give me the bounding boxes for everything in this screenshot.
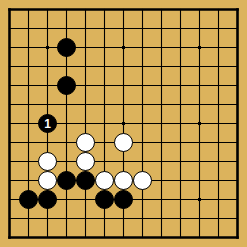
intersection-j1[interactable] [171, 0, 190, 19]
intersection-j4[interactable] [171, 57, 190, 76]
intersection-m5[interactable] [228, 76, 247, 95]
intersection-k4[interactable] [190, 57, 209, 76]
intersection-a6[interactable] [0, 95, 19, 114]
intersection-d9[interactable] [57, 152, 76, 171]
intersection-m2[interactable] [228, 19, 247, 38]
intersection-l6[interactable] [209, 95, 228, 114]
intersection-m13[interactable] [228, 228, 247, 247]
black-stone [57, 76, 76, 95]
intersection-b10[interactable] [19, 171, 38, 190]
intersection-i9[interactable] [152, 152, 171, 171]
intersection-j11[interactable] [171, 190, 190, 209]
intersection-a7[interactable] [0, 114, 19, 133]
intersection-m12[interactable] [228, 209, 247, 228]
white-stone [38, 152, 57, 171]
intersection-d7[interactable] [57, 114, 76, 133]
black-stone [95, 190, 114, 209]
intersection-f5[interactable] [95, 76, 114, 95]
intersection-c9[interactable] [38, 152, 57, 171]
intersection-d8[interactable] [57, 133, 76, 152]
intersection-c11[interactable] [38, 190, 57, 209]
intersection-b6[interactable] [19, 95, 38, 114]
intersection-a12[interactable] [0, 209, 19, 228]
intersection-j13[interactable] [171, 228, 190, 247]
intersection-i8[interactable] [152, 133, 171, 152]
intersection-k11[interactable] [190, 190, 209, 209]
intersection-j5[interactable] [171, 76, 190, 95]
intersection-e7[interactable] [76, 114, 95, 133]
intersection-f4[interactable] [95, 57, 114, 76]
intersection-e11[interactable] [76, 190, 95, 209]
intersection-k2[interactable] [190, 19, 209, 38]
go-diagram: 1 [0, 0, 247, 247]
intersection-j9[interactable] [171, 152, 190, 171]
intersection-g1[interactable] [114, 0, 133, 19]
intersection-k12[interactable] [190, 209, 209, 228]
intersection-c6[interactable] [38, 95, 57, 114]
intersection-c7[interactable]: 1 [38, 114, 57, 133]
black-stone [57, 171, 76, 190]
intersection-h13[interactable] [133, 228, 152, 247]
intersection-b11[interactable] [19, 190, 38, 209]
intersection-g5[interactable] [114, 76, 133, 95]
intersection-h10[interactable] [133, 171, 152, 190]
intersection-g12[interactable] [114, 209, 133, 228]
intersection-j3[interactable] [171, 38, 190, 57]
intersection-g6[interactable] [114, 95, 133, 114]
intersection-l5[interactable] [209, 76, 228, 95]
intersection-e1[interactable] [76, 0, 95, 19]
intersection-l12[interactable] [209, 209, 228, 228]
intersection-g11[interactable] [114, 190, 133, 209]
intersection-f12[interactable] [95, 209, 114, 228]
intersection-i1[interactable] [152, 0, 171, 19]
intersection-m7[interactable] [228, 114, 247, 133]
intersection-a11[interactable] [0, 190, 19, 209]
intersection-h9[interactable] [133, 152, 152, 171]
intersection-j6[interactable] [171, 95, 190, 114]
intersection-f3[interactable] [95, 38, 114, 57]
intersection-i7[interactable] [152, 114, 171, 133]
white-stone [76, 133, 95, 152]
intersection-g3[interactable] [114, 38, 133, 57]
intersection-h8[interactable] [133, 133, 152, 152]
intersection-g7[interactable] [114, 114, 133, 133]
intersection-b7[interactable] [19, 114, 38, 133]
intersection-l1[interactable] [209, 0, 228, 19]
intersection-j12[interactable] [171, 209, 190, 228]
intersection-f7[interactable] [95, 114, 114, 133]
intersection-d10[interactable] [57, 171, 76, 190]
intersection-e4[interactable] [76, 57, 95, 76]
intersection-l3[interactable] [209, 38, 228, 57]
intersection-h12[interactable] [133, 209, 152, 228]
intersection-c1[interactable] [38, 0, 57, 19]
intersection-e12[interactable] [76, 209, 95, 228]
intersection-c10[interactable] [38, 171, 57, 190]
intersection-a4[interactable] [0, 57, 19, 76]
intersection-f1[interactable] [95, 0, 114, 19]
intersection-k3[interactable] [190, 38, 209, 57]
intersection-b13[interactable] [19, 228, 38, 247]
intersection-d6[interactable] [57, 95, 76, 114]
intersection-l10[interactable] [209, 171, 228, 190]
intersection-l7[interactable] [209, 114, 228, 133]
intersection-d3[interactable] [57, 38, 76, 57]
intersection-g9[interactable] [114, 152, 133, 171]
white-stone [114, 171, 133, 190]
intersection-m6[interactable] [228, 95, 247, 114]
intersection-i6[interactable] [152, 95, 171, 114]
intersection-g13[interactable] [114, 228, 133, 247]
intersection-b4[interactable] [19, 57, 38, 76]
intersection-j2[interactable] [171, 19, 190, 38]
intersection-e9[interactable] [76, 152, 95, 171]
black-stone [114, 190, 133, 209]
intersection-m1[interactable] [228, 0, 247, 19]
intersection-f13[interactable] [95, 228, 114, 247]
intersection-d11[interactable] [57, 190, 76, 209]
intersection-k6[interactable] [190, 95, 209, 114]
black-stone [38, 190, 57, 209]
intersection-i5[interactable] [152, 76, 171, 95]
white-stone [95, 171, 114, 190]
intersection-c2[interactable] [38, 19, 57, 38]
intersection-f11[interactable] [95, 190, 114, 209]
intersection-a13[interactable] [0, 228, 19, 247]
intersection-h7[interactable] [133, 114, 152, 133]
white-stone [133, 171, 152, 190]
intersection-a2[interactable] [0, 19, 19, 38]
intersection-c5[interactable] [38, 76, 57, 95]
intersection-h5[interactable] [133, 76, 152, 95]
intersection-a1[interactable] [0, 0, 19, 19]
intersection-i12[interactable] [152, 209, 171, 228]
intersection-c12[interactable] [38, 209, 57, 228]
intersection-b8[interactable] [19, 133, 38, 152]
move-number-label: 1 [44, 117, 51, 129]
intersection-g10[interactable] [114, 171, 133, 190]
intersection-d12[interactable] [57, 209, 76, 228]
white-stone [38, 171, 57, 190]
intersection-h1[interactable] [133, 0, 152, 19]
intersection-l8[interactable] [209, 133, 228, 152]
intersection-d5[interactable] [57, 76, 76, 95]
intersection-e5[interactable] [76, 76, 95, 95]
intersection-f9[interactable] [95, 152, 114, 171]
intersection-b3[interactable] [19, 38, 38, 57]
intersection-c8[interactable] [38, 133, 57, 152]
intersection-b1[interactable] [19, 0, 38, 19]
intersection-l4[interactable] [209, 57, 228, 76]
intersection-e3[interactable] [76, 38, 95, 57]
intersection-d13[interactable] [57, 228, 76, 247]
intersection-m10[interactable] [228, 171, 247, 190]
intersection-l2[interactable] [209, 19, 228, 38]
intersection-l11[interactable] [209, 190, 228, 209]
intersection-k1[interactable] [190, 0, 209, 19]
intersection-m9[interactable] [228, 152, 247, 171]
intersection-e6[interactable] [76, 95, 95, 114]
intersection-k8[interactable] [190, 133, 209, 152]
intersection-h2[interactable] [133, 19, 152, 38]
intersection-d4[interactable] [57, 57, 76, 76]
black-stone: 1 [38, 114, 57, 133]
intersection-i11[interactable] [152, 190, 171, 209]
intersection-b9[interactable] [19, 152, 38, 171]
intersection-g8[interactable] [114, 133, 133, 152]
intersection-e13[interactable] [76, 228, 95, 247]
white-stone [114, 133, 133, 152]
intersection-g2[interactable] [114, 19, 133, 38]
intersection-a5[interactable] [0, 76, 19, 95]
intersection-j7[interactable] [171, 114, 190, 133]
intersection-i10[interactable] [152, 171, 171, 190]
intersection-h4[interactable] [133, 57, 152, 76]
intersection-b2[interactable] [19, 19, 38, 38]
intersection-k7[interactable] [190, 114, 209, 133]
intersection-i2[interactable] [152, 19, 171, 38]
intersection-a10[interactable] [0, 171, 19, 190]
intersection-m11[interactable] [228, 190, 247, 209]
intersection-c4[interactable] [38, 57, 57, 76]
intersection-e8[interactable] [76, 133, 95, 152]
intersection-m4[interactable] [228, 57, 247, 76]
intersection-b12[interactable] [19, 209, 38, 228]
intersection-b5[interactable] [19, 76, 38, 95]
intersection-a9[interactable] [0, 152, 19, 171]
intersection-l9[interactable] [209, 152, 228, 171]
intersection-k10[interactable] [190, 171, 209, 190]
intersection-m3[interactable] [228, 38, 247, 57]
black-stone [76, 171, 95, 190]
intersection-i4[interactable] [152, 57, 171, 76]
intersection-l13[interactable] [209, 228, 228, 247]
intersection-e10[interactable] [76, 171, 95, 190]
intersection-a3[interactable] [0, 38, 19, 57]
intersection-i13[interactable] [152, 228, 171, 247]
intersection-c3[interactable] [38, 38, 57, 57]
intersection-h3[interactable] [133, 38, 152, 57]
intersection-f8[interactable] [95, 133, 114, 152]
intersection-f10[interactable] [95, 171, 114, 190]
intersection-j8[interactable] [171, 133, 190, 152]
intersection-k13[interactable] [190, 228, 209, 247]
black-stone [19, 190, 38, 209]
intersection-j10[interactable] [171, 171, 190, 190]
intersection-d1[interactable] [57, 0, 76, 19]
intersection-i3[interactable] [152, 38, 171, 57]
intersection-f6[interactable] [95, 95, 114, 114]
intersection-h11[interactable] [133, 190, 152, 209]
intersection-a8[interactable] [0, 133, 19, 152]
intersection-g4[interactable] [114, 57, 133, 76]
intersection-c13[interactable] [38, 228, 57, 247]
go-board: 1 [0, 0, 247, 247]
black-stone [57, 38, 76, 57]
intersection-f2[interactable] [95, 19, 114, 38]
intersection-k9[interactable] [190, 152, 209, 171]
intersection-e2[interactable] [76, 19, 95, 38]
intersection-m8[interactable] [228, 133, 247, 152]
white-stone [76, 152, 95, 171]
intersection-d2[interactable] [57, 19, 76, 38]
intersection-k5[interactable] [190, 76, 209, 95]
intersection-h6[interactable] [133, 95, 152, 114]
